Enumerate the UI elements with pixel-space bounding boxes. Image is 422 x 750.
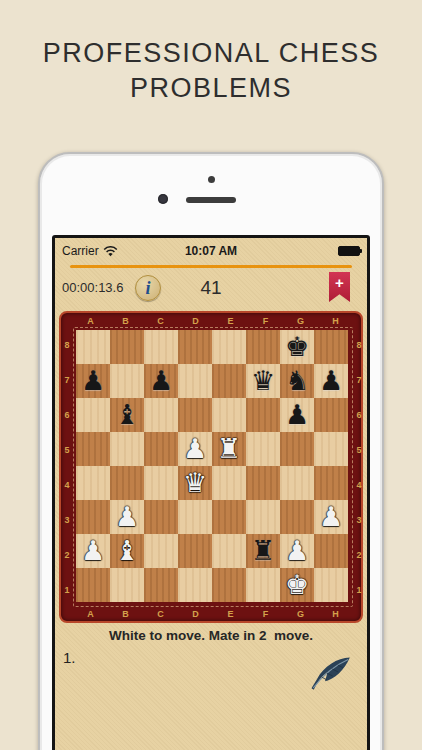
rank-labels-left: 87654321 — [61, 327, 73, 607]
black-pawn-a7[interactable]: ♟ — [81, 364, 105, 398]
rank-label-8: 8 — [61, 327, 73, 362]
rank-labels-right: 87654321 — [353, 327, 365, 607]
page-title-line1: PROFESSIONAL CHESS — [0, 36, 422, 71]
white-bishop-b2[interactable]: ♝ — [115, 534, 139, 568]
square-d4[interactable]: ♛ — [178, 466, 212, 500]
proximity-sensor-dot — [208, 176, 215, 183]
rank-label-1: 1 — [61, 572, 73, 607]
file-label-e: E — [213, 607, 248, 620]
square-f1[interactable] — [246, 568, 280, 602]
square-b3[interactable]: ♟ — [110, 500, 144, 534]
rank-label-2: 2 — [61, 537, 73, 572]
white-queen-d4[interactable]: ♛ — [183, 466, 207, 500]
square-a3[interactable] — [76, 500, 110, 534]
square-h3[interactable]: ♟ — [314, 500, 348, 534]
square-b2[interactable]: ♝ — [110, 534, 144, 568]
quill-feather-icon — [309, 649, 353, 697]
status-time: 10:07 AM — [154, 244, 268, 258]
square-g8[interactable]: ♚ — [280, 330, 314, 364]
wooden-chess-pieces-art: ♜♞♟♛♚♞♟♞♜ — [55, 738, 367, 750]
square-f5[interactable] — [246, 432, 280, 466]
square-g1[interactable]: ♚ — [280, 568, 314, 602]
square-c5[interactable] — [144, 432, 178, 466]
white-rook-e5[interactable]: ♜ — [217, 432, 241, 466]
square-h4[interactable] — [314, 466, 348, 500]
square-c3[interactable] — [144, 500, 178, 534]
rank-label-8: 8 — [353, 327, 365, 362]
file-label-f: F — [248, 607, 283, 620]
square-b6[interactable]: ♝ — [110, 398, 144, 432]
status-bar: Carrier 10:07 AM — [55, 238, 367, 262]
square-b7[interactable] — [110, 364, 144, 398]
white-pawn-h3[interactable]: ♟ — [319, 500, 343, 534]
square-a6[interactable] — [76, 398, 110, 432]
square-b5[interactable] — [110, 432, 144, 466]
rank-label-1: 1 — [353, 572, 365, 607]
square-h5[interactable] — [314, 432, 348, 466]
square-d8[interactable] — [178, 330, 212, 364]
square-b4[interactable] — [110, 466, 144, 500]
square-a8[interactable] — [76, 330, 110, 364]
file-label-b: B — [108, 607, 143, 620]
square-f7[interactable]: ♛ — [246, 364, 280, 398]
file-label-b: B — [108, 314, 143, 327]
square-g4[interactable] — [280, 466, 314, 500]
rank-label-6: 6 — [61, 397, 73, 432]
square-b8[interactable] — [110, 330, 144, 364]
file-label-e: E — [213, 314, 248, 327]
square-g6[interactable]: ♟ — [280, 398, 314, 432]
square-e1[interactable] — [212, 568, 246, 602]
square-h1[interactable] — [314, 568, 348, 602]
board-squares: ♚♟♟♛♞♟♝♟♟♜♛♟♟♟♝♜♟♚ — [76, 330, 350, 602]
white-king-g1[interactable]: ♚ — [285, 568, 309, 602]
rank-label-3: 3 — [61, 502, 73, 537]
black-pawn-g6[interactable]: ♟ — [285, 398, 309, 432]
square-d5[interactable]: ♟ — [178, 432, 212, 466]
square-f6[interactable] — [246, 398, 280, 432]
square-g2[interactable]: ♟ — [280, 534, 314, 568]
square-f2[interactable]: ♜ — [246, 534, 280, 568]
front-camera-icon — [158, 194, 168, 204]
white-pawn-g2[interactable]: ♟ — [285, 534, 309, 568]
file-label-g: G — [283, 314, 318, 327]
file-labels-top: ABCDEFGH — [73, 314, 353, 327]
square-e7[interactable] — [212, 364, 246, 398]
square-d3[interactable] — [178, 500, 212, 534]
file-label-f: F — [248, 314, 283, 327]
carrier-label: Carrier — [62, 244, 99, 258]
square-d6[interactable] — [178, 398, 212, 432]
solution-area: 1. — [55, 643, 367, 699]
square-a5[interactable] — [76, 432, 110, 466]
square-e3[interactable] — [212, 500, 246, 534]
white-pawn-d5[interactable]: ♟ — [183, 432, 207, 466]
square-e8[interactable] — [212, 330, 246, 364]
square-f3[interactable] — [246, 500, 280, 534]
square-a4[interactable] — [76, 466, 110, 500]
file-labels-bottom: ABCDEFGH — [73, 607, 353, 620]
square-a2[interactable]: ♟ — [76, 534, 110, 568]
black-king-g8[interactable]: ♚ — [285, 330, 309, 364]
square-e6[interactable] — [212, 398, 246, 432]
file-label-a: A — [73, 314, 108, 327]
white-pawn-b3[interactable]: ♟ — [115, 500, 139, 534]
rank-label-7: 7 — [61, 362, 73, 397]
file-label-d: D — [178, 607, 213, 620]
black-pawn-h7[interactable]: ♟ — [319, 364, 343, 398]
square-e5[interactable]: ♜ — [212, 432, 246, 466]
rank-label-5: 5 — [61, 432, 73, 467]
square-g7[interactable]: ♞ — [280, 364, 314, 398]
square-f8[interactable] — [246, 330, 280, 364]
square-h2[interactable] — [314, 534, 348, 568]
square-e4[interactable] — [212, 466, 246, 500]
page-title-line2: PROBLEMS — [0, 71, 422, 106]
file-label-c: C — [143, 314, 178, 327]
wifi-icon — [103, 246, 118, 257]
rank-label-2: 2 — [353, 537, 365, 572]
square-c6[interactable] — [144, 398, 178, 432]
square-c1[interactable] — [144, 568, 178, 602]
black-pawn-c7[interactable]: ♟ — [149, 364, 173, 398]
file-label-h: H — [318, 607, 353, 620]
black-rook-f2[interactable]: ♜ — [251, 534, 275, 568]
square-h8[interactable] — [314, 330, 348, 364]
problem-number: 41 — [55, 277, 367, 299]
square-g3[interactable] — [280, 500, 314, 534]
square-b1[interactable] — [110, 568, 144, 602]
square-f4[interactable] — [246, 466, 280, 500]
square-c2[interactable] — [144, 534, 178, 568]
square-g5[interactable] — [280, 432, 314, 466]
earpiece-speaker — [186, 197, 236, 203]
rank-label-3: 3 — [353, 502, 365, 537]
app-screen: Carrier 10:07 AM 00:00:13.6 i 41 + ABCDE… — [52, 235, 370, 750]
square-a1[interactable] — [76, 568, 110, 602]
battery-icon — [338, 246, 360, 256]
square-h7[interactable]: ♟ — [314, 364, 348, 398]
file-label-a: A — [73, 607, 108, 620]
black-bishop-b6[interactable]: ♝ — [115, 398, 139, 432]
iphone-mockup: Carrier 10:07 AM 00:00:13.6 i 41 + ABCDE… — [38, 152, 384, 750]
square-d2[interactable] — [178, 534, 212, 568]
rank-label-7: 7 — [353, 362, 365, 397]
page-title: PROFESSIONAL CHESS PROBLEMS — [0, 0, 422, 106]
black-knight-g7[interactable]: ♞ — [285, 364, 309, 398]
square-c4[interactable] — [144, 466, 178, 500]
toolbar: 00:00:13.6 i 41 + — [55, 268, 367, 310]
rank-label-6: 6 — [353, 397, 365, 432]
white-pawn-a2[interactable]: ♟ — [81, 534, 105, 568]
square-a7[interactable]: ♟ — [76, 364, 110, 398]
square-c8[interactable] — [144, 330, 178, 364]
move-number-label: 1. — [63, 649, 76, 666]
chess-board: ABCDEFGH 87654321 ♚♟♟♛♞♟♝♟♟♜♛♟♟♟♝♜♟♚ 876… — [59, 311, 363, 623]
square-c7[interactable]: ♟ — [144, 364, 178, 398]
rank-label-4: 4 — [353, 467, 365, 502]
black-queen-f7[interactable]: ♛ — [251, 364, 275, 398]
task-caption: White to move. Mate in 2 move. — [55, 628, 367, 643]
rank-label-4: 4 — [61, 467, 73, 502]
square-d1[interactable] — [178, 568, 212, 602]
square-e2[interactable] — [212, 534, 246, 568]
rank-label-5: 5 — [353, 432, 365, 467]
file-label-h: H — [318, 314, 353, 327]
file-label-d: D — [178, 314, 213, 327]
square-h6[interactable] — [314, 398, 348, 432]
file-label-c: C — [143, 607, 178, 620]
board-stitch-border: ♚♟♟♛♞♟♝♟♟♜♛♟♟♟♝♜♟♚ — [73, 327, 353, 607]
file-label-g: G — [283, 607, 318, 620]
square-d7[interactable] — [178, 364, 212, 398]
